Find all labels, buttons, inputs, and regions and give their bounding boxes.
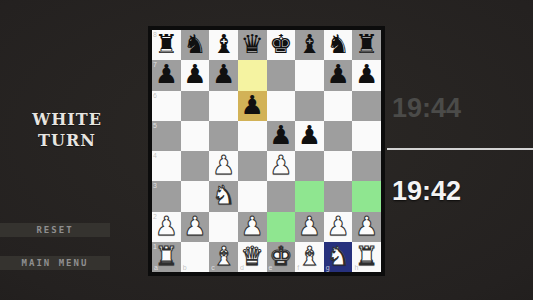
square-d5[interactable] [238, 121, 267, 151]
square-g8[interactable]: ♞ [324, 30, 353, 60]
piece-white-pawn: ♟ [298, 213, 321, 239]
square-a7[interactable]: ♟7 [152, 60, 181, 90]
square-e1[interactable]: ♚e [267, 242, 296, 272]
square-c8[interactable]: ♝ [209, 30, 238, 60]
piece-white-knight: ♞ [212, 182, 235, 208]
piece-black-pawn: ♟ [212, 61, 235, 87]
square-b3[interactable] [181, 181, 210, 211]
square-d3[interactable] [238, 181, 267, 211]
piece-black-rook: ♜ [355, 31, 378, 57]
square-c5[interactable] [209, 121, 238, 151]
rank-label-2: 2 [153, 213, 157, 220]
piece-white-pawn: ♟ [326, 213, 349, 239]
file-label-g: g [326, 264, 330, 271]
square-c7[interactable]: ♟ [209, 60, 238, 90]
square-f1[interactable]: ♝f [295, 242, 324, 272]
square-g2[interactable]: ♟ [324, 212, 353, 242]
square-b2[interactable]: ♟ [181, 212, 210, 242]
white-clock: 19:42 [392, 178, 461, 205]
piece-black-pawn: ♟ [355, 61, 378, 87]
piece-black-pawn: ♟ [298, 122, 321, 148]
square-h4[interactable] [352, 151, 381, 181]
square-h2[interactable]: ♟ [352, 212, 381, 242]
piece-white-rook: ♜ [155, 243, 178, 269]
piece-white-pawn: ♟ [269, 152, 292, 178]
piece-black-pawn: ♟ [155, 61, 178, 87]
square-e8[interactable]: ♚ [267, 30, 296, 60]
square-g6[interactable] [324, 91, 353, 121]
rank-label-3: 3 [153, 182, 157, 189]
square-a6[interactable]: 6 [152, 91, 181, 121]
piece-black-knight: ♞ [326, 31, 349, 57]
rank-label-1: 1 [153, 243, 157, 250]
file-label-d: d [240, 264, 244, 271]
square-b5[interactable] [181, 121, 210, 151]
square-f5[interactable]: ♟ [295, 121, 324, 151]
turn-indicator-line1: WHITE [0, 109, 134, 130]
piece-black-king: ♚ [269, 31, 292, 57]
square-f6[interactable] [295, 91, 324, 121]
square-e6[interactable] [267, 91, 296, 121]
square-a3[interactable]: 3 [152, 181, 181, 211]
square-f2[interactable]: ♟ [295, 212, 324, 242]
piece-black-pawn: ♟ [269, 122, 292, 148]
square-a1[interactable]: ♜1a [152, 242, 181, 272]
piece-white-bishop: ♝ [212, 243, 235, 269]
square-e3[interactable] [267, 181, 296, 211]
square-e4[interactable]: ♟ [267, 151, 296, 181]
rank-label-5: 5 [153, 122, 157, 129]
square-h6[interactable] [352, 91, 381, 121]
square-b1[interactable]: b [181, 242, 210, 272]
piece-white-queen: ♛ [241, 243, 264, 269]
square-e2[interactable] [267, 212, 296, 242]
square-f4[interactable] [295, 151, 324, 181]
square-h1[interactable]: ♜h [352, 242, 381, 272]
clock-divider [387, 148, 533, 150]
piece-black-knight: ♞ [183, 31, 206, 57]
square-a2[interactable]: ♟2 [152, 212, 181, 242]
piece-black-bishop: ♝ [212, 31, 235, 57]
square-d8[interactable]: ♛ [238, 30, 267, 60]
square-e5[interactable]: ♟ [267, 121, 296, 151]
square-a4[interactable]: 4 [152, 151, 181, 181]
rank-label-4: 4 [153, 152, 157, 159]
piece-black-pawn: ♟ [241, 92, 264, 118]
square-h8[interactable]: ♜ [352, 30, 381, 60]
square-c4[interactable]: ♟ [209, 151, 238, 181]
piece-white-bishop: ♝ [298, 243, 321, 269]
piece-black-pawn: ♟ [326, 61, 349, 87]
square-f7[interactable] [295, 60, 324, 90]
rank-label-6: 6 [153, 92, 157, 99]
square-d2[interactable]: ♟ [238, 212, 267, 242]
square-c1[interactable]: ♝c [209, 242, 238, 272]
game-screen: WHITE TURN RESET MAIN MENU ♜8♞♝♛♚♝♞♜♟7♟♟… [0, 0, 533, 300]
black-clock: 19:44 [392, 95, 461, 122]
file-label-h: h [354, 264, 358, 271]
square-g4[interactable] [324, 151, 353, 181]
rank-label-8: 8 [153, 31, 157, 38]
square-b7[interactable]: ♟ [181, 60, 210, 90]
file-label-c: c [211, 264, 215, 271]
square-f8[interactable]: ♝ [295, 30, 324, 60]
piece-white-king: ♚ [269, 243, 292, 269]
square-g7[interactable]: ♟ [324, 60, 353, 90]
square-e7[interactable] [267, 60, 296, 90]
square-h3[interactable] [352, 181, 381, 211]
square-d1[interactable]: ♛d [238, 242, 267, 272]
square-f3[interactable] [295, 181, 324, 211]
main-menu-button[interactable]: MAIN MENU [0, 256, 110, 270]
square-a8[interactable]: ♜8 [152, 30, 181, 60]
piece-white-pawn: ♟ [212, 152, 235, 178]
piece-white-pawn: ♟ [155, 213, 178, 239]
rank-label-7: 7 [153, 61, 157, 68]
piece-black-bishop: ♝ [298, 31, 321, 57]
square-h7[interactable]: ♟ [352, 60, 381, 90]
square-b4[interactable] [181, 151, 210, 181]
piece-white-pawn: ♟ [183, 213, 206, 239]
piece-white-pawn: ♟ [355, 213, 378, 239]
piece-black-pawn: ♟ [183, 61, 206, 87]
file-label-f: f [297, 264, 299, 271]
turn-indicator: WHITE TURN [0, 109, 134, 151]
square-h5[interactable] [352, 121, 381, 151]
piece-white-pawn: ♟ [241, 213, 264, 239]
file-label-e: e [269, 264, 273, 271]
file-label-b: b [183, 264, 187, 271]
square-g5[interactable] [324, 121, 353, 151]
square-a5[interactable]: 5 [152, 121, 181, 151]
square-b8[interactable]: ♞ [181, 30, 210, 60]
square-c3[interactable]: ♞ [209, 181, 238, 211]
piece-white-knight: ♞ [326, 243, 349, 269]
square-c6[interactable] [209, 91, 238, 121]
square-d4[interactable] [238, 151, 267, 181]
square-g1[interactable]: ♞g [324, 242, 353, 272]
square-b6[interactable] [181, 91, 210, 121]
piece-white-rook: ♜ [355, 243, 378, 269]
piece-black-queen: ♛ [241, 31, 264, 57]
piece-black-rook: ♜ [155, 31, 178, 57]
square-d6[interactable]: ♟ [238, 91, 267, 121]
square-g3[interactable] [324, 181, 353, 211]
reset-button[interactable]: RESET [0, 223, 110, 237]
file-label-a: a [154, 264, 158, 271]
square-d7[interactable] [238, 60, 267, 90]
square-c2[interactable] [209, 212, 238, 242]
chess-board: ♜8♞♝♛♚♝♞♜♟7♟♟♟♟6♟5♟♟4♟♟3♞♟2♟♟♟♟♟♜1ab♝c♛d… [148, 26, 385, 276]
turn-indicator-line2: TURN [0, 130, 134, 151]
